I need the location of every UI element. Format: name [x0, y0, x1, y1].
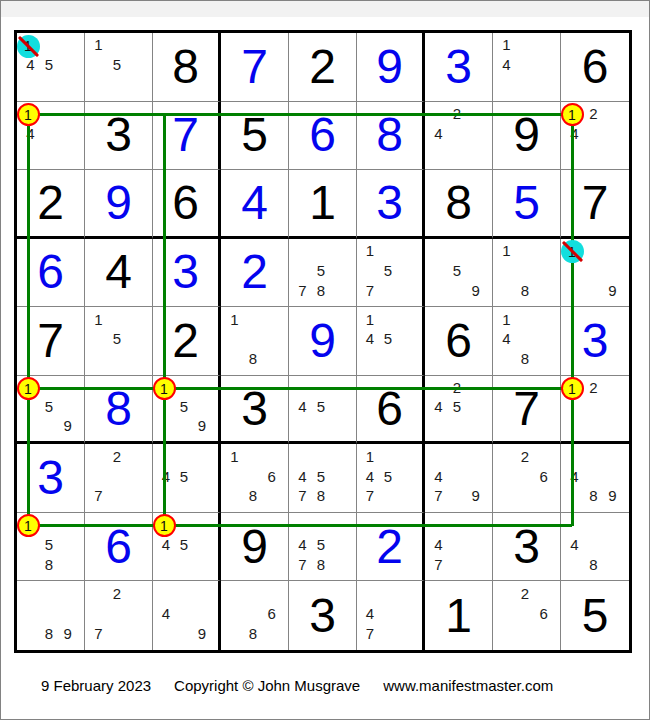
cell-r5c2[interactable]: 15 — [85, 307, 153, 376]
candidate-digit: 6 — [534, 466, 553, 486]
candidate-digit — [397, 280, 415, 300]
candidate-digit — [175, 416, 193, 435]
candidate-digit — [466, 446, 485, 466]
candidate-digit — [108, 604, 127, 624]
candidate-digit — [497, 583, 516, 603]
candidate-digit — [397, 486, 415, 506]
candidate-digit: 1 — [497, 241, 516, 261]
candidate-digit — [584, 143, 603, 163]
candidate-digit — [497, 486, 516, 506]
cell-r6c6[interactable]: 6 — [357, 376, 425, 445]
candidate-digit — [225, 604, 244, 624]
cell-r8c3[interactable]: 45 — [153, 513, 221, 582]
candidate-digit — [565, 555, 584, 575]
candidate-digit: 4 — [157, 535, 175, 555]
cell-value: 2 — [309, 43, 336, 91]
candidate-digit — [466, 416, 485, 435]
candidate-digit — [379, 624, 397, 644]
candidate-digit — [21, 535, 40, 555]
cell-r3c5[interactable]: 1 — [289, 170, 357, 239]
candidate-digit — [534, 75, 553, 95]
candidate-digit — [175, 486, 193, 506]
cell-value: 6 — [309, 111, 336, 159]
cell-r1c6[interactable]: 9 — [357, 33, 425, 102]
cell-r5c1[interactable]: 7 — [17, 307, 85, 376]
candidates: 27 — [85, 444, 152, 512]
cell-r8c1[interactable]: 58 — [17, 513, 85, 582]
cell-r8c2[interactable]: 6 — [85, 513, 153, 582]
candidate-digit — [565, 397, 584, 416]
candidates: 157 — [357, 239, 422, 307]
cell-r7c4[interactable]: 168 — [221, 444, 289, 513]
candidate-digit — [58, 604, 77, 624]
candidate-digit — [21, 143, 40, 163]
candidate-digit: 4 — [565, 466, 584, 486]
cell-r2c8[interactable]: 9 — [493, 102, 561, 171]
candidate-digit — [175, 378, 193, 397]
candidate-digit — [157, 446, 175, 466]
candidate-digit — [262, 624, 281, 644]
candidate-digit — [497, 624, 516, 644]
candidate-digit — [21, 104, 40, 124]
cell-value: 9 — [376, 43, 403, 91]
cell-r7c8[interactable]: 26 — [493, 444, 561, 513]
candidate-digit — [397, 624, 415, 644]
candidate-digit: 4 — [429, 535, 448, 555]
candidate-digit: 1 — [225, 309, 244, 329]
candidate-digit: 1 — [361, 241, 379, 261]
cell-r7c5[interactable]: 4578 — [289, 444, 357, 513]
candidate-digit — [40, 123, 59, 143]
top-band — [1, 1, 649, 17]
candidate-digit: 2 — [108, 446, 127, 466]
cell-r5c4[interactable]: 18 — [221, 307, 289, 376]
cell-r8c6[interactable]: 2 — [357, 513, 425, 582]
candidate-digit: 8 — [584, 555, 603, 575]
cell-r2c7[interactable]: 24 — [425, 102, 493, 171]
candidate-digit: 4 — [293, 466, 312, 486]
cell-value: 5 — [241, 111, 268, 159]
candidate-digit — [108, 75, 127, 95]
candidate-digit: 9 — [193, 416, 211, 435]
candidate-digit: 5 — [448, 261, 467, 281]
candidates: 26 — [493, 581, 560, 650]
sudoku-grid: 4515872931464375682492429641385764325781… — [14, 30, 632, 653]
candidate-digit — [603, 104, 622, 124]
candidates: 47 — [425, 513, 492, 581]
candidates: 2 — [561, 376, 629, 442]
candidate-digit — [225, 466, 244, 486]
candidate-digit — [516, 466, 535, 486]
cell-r7c3[interactable]: 45 — [153, 444, 221, 513]
candidate-digit — [497, 280, 516, 300]
candidates: 18 — [493, 239, 560, 307]
candidate-digit — [58, 555, 77, 575]
candidate-digit: 5 — [312, 397, 331, 416]
candidate-digit — [448, 123, 467, 143]
candidate-digit — [21, 624, 40, 644]
cell-r6c9[interactable]: 2 — [561, 376, 629, 445]
candidate-digit — [448, 555, 467, 575]
cell-r3c7[interactable]: 8 — [425, 170, 493, 239]
candidate-digit — [397, 466, 415, 486]
candidate-digit — [108, 349, 127, 369]
candidate-digit — [603, 535, 622, 555]
cell-value: 6 — [376, 385, 403, 433]
cell-r4c5[interactable]: 578 — [289, 239, 357, 308]
cell-r3c9[interactable]: 7 — [561, 170, 629, 239]
candidates: 15 — [85, 307, 152, 375]
candidate-digit: 7 — [293, 555, 312, 575]
candidates: 4 — [17, 102, 84, 170]
cell-r4c8[interactable]: 18 — [493, 239, 561, 308]
cell-value: 6 — [582, 43, 609, 91]
candidate-digit — [379, 241, 397, 261]
candidate-digit — [312, 446, 331, 466]
candidate-digit: 8 — [312, 280, 331, 300]
candidate-digit — [126, 624, 145, 644]
candidate-digit — [565, 104, 584, 124]
cell-r7c6[interactable]: 1457 — [357, 444, 425, 513]
cell-r8c5[interactable]: 4578 — [289, 513, 357, 582]
candidate-digit: 6 — [262, 604, 281, 624]
candidate-digit — [225, 624, 244, 644]
cell-r1c4[interactable]: 7 — [221, 33, 289, 102]
cell-value: 7 — [513, 385, 540, 433]
cell-value: 9 — [309, 317, 336, 365]
candidate-digit — [516, 55, 535, 75]
candidate-digit — [126, 75, 145, 95]
cell-r2c9[interactable]: 24 — [561, 102, 629, 171]
candidate-digit — [193, 604, 211, 624]
candidate-digit — [40, 104, 59, 124]
cell-value: 8 — [445, 179, 472, 227]
cell-r6c5[interactable]: 45 — [289, 376, 357, 445]
cell-r3c3[interactable]: 6 — [153, 170, 221, 239]
candidates: 45 — [153, 513, 218, 581]
candidate-digit — [397, 349, 415, 369]
cell-r7c9[interactable]: 489 — [561, 444, 629, 513]
candidate-digit: 8 — [312, 486, 331, 506]
candidate-digit — [21, 397, 40, 416]
cell-r3c2[interactable]: 9 — [85, 170, 153, 239]
cell-r4c4[interactable]: 2 — [221, 239, 289, 308]
cell-r1c2[interactable]: 15 — [85, 33, 153, 102]
cell-r4c1[interactable]: 6 — [17, 239, 85, 308]
candidate-digit: 4 — [21, 123, 40, 143]
cell-r5c3[interactable]: 2 — [153, 307, 221, 376]
candidate-digit — [603, 555, 622, 575]
candidates: 59 — [153, 376, 218, 442]
cell-r2c3[interactable]: 7 — [153, 102, 221, 171]
candidate-digit — [534, 55, 553, 75]
candidate-digit — [379, 446, 397, 466]
cell-value: 5 — [582, 592, 609, 640]
cell-value: 4 — [105, 248, 132, 296]
candidate-digit: 5 — [379, 329, 397, 349]
candidate-digit — [21, 416, 40, 435]
candidate-digit — [565, 280, 584, 300]
candidate-digit — [534, 486, 553, 506]
candidate-digit: 9 — [193, 624, 211, 644]
candidate-digit — [466, 535, 485, 555]
candidate-digit: 4 — [293, 535, 312, 555]
cell-r8c4[interactable]: 9 — [221, 513, 289, 582]
candidate-digit — [397, 446, 415, 466]
candidate-digit — [466, 143, 485, 163]
candidate-digit — [21, 604, 40, 624]
candidate-digit — [157, 583, 175, 603]
candidate-digit — [466, 123, 485, 143]
candidate-digit — [126, 35, 145, 55]
candidate-digit — [429, 104, 448, 124]
candidate-digit — [497, 261, 516, 281]
candidate-digit — [429, 416, 448, 435]
candidate-digit — [108, 624, 127, 644]
candidate-digit — [157, 397, 175, 416]
candidate-digit — [126, 329, 145, 349]
candidate-digit: 8 — [40, 555, 59, 575]
candidate-digit — [293, 446, 312, 466]
cell-r1c9[interactable]: 6 — [561, 33, 629, 102]
candidate-digit: 4 — [361, 329, 379, 349]
candidate-digit: 2 — [516, 583, 535, 603]
cell-r4c6[interactable]: 157 — [357, 239, 425, 308]
candidate-digit — [429, 261, 448, 281]
candidate-digit: 2 — [448, 378, 467, 397]
cell-r3c4[interactable]: 4 — [221, 170, 289, 239]
footer-date: 9 February 2023 — [41, 677, 151, 694]
candidate-digit: 1 — [89, 309, 108, 329]
cell-r6c7[interactable]: 245 — [425, 376, 493, 445]
candidate-digit: 5 — [40, 397, 59, 416]
cell-r3c1[interactable]: 2 — [17, 170, 85, 239]
candidate-digit — [108, 486, 127, 506]
candidate-digit — [584, 241, 603, 261]
candidate-digit — [312, 241, 331, 261]
candidate-digit — [534, 35, 553, 55]
cell-r3c6[interactable]: 3 — [357, 170, 425, 239]
candidate-digit — [466, 261, 485, 281]
candidates: 24 — [561, 102, 629, 170]
candidate-digit — [89, 583, 108, 603]
candidate-digit — [175, 515, 193, 535]
candidates: 59 — [425, 239, 492, 307]
candidate-digit: 9 — [466, 486, 485, 506]
candidate-digit — [193, 515, 211, 535]
candidate-digit: 5 — [108, 55, 127, 75]
candidate-digit — [397, 604, 415, 624]
candidate-digit — [244, 604, 263, 624]
candidate-digit: 5 — [312, 535, 331, 555]
candidate-digit — [330, 280, 349, 300]
candidate-digit — [379, 309, 397, 329]
cell-r9c3[interactable]: 49 — [153, 581, 221, 650]
footer-website: www.manifestmaster.com — [383, 677, 553, 694]
cell-r9c1[interactable]: 89 — [17, 581, 85, 650]
candidate-digit — [157, 416, 175, 435]
candidate-digit — [603, 123, 622, 143]
cell-r8c8[interactable]: 3 — [493, 513, 561, 582]
cell-r6c8[interactable]: 7 — [493, 376, 561, 445]
candidate-digit: 5 — [312, 466, 331, 486]
candidate-digit — [21, 75, 40, 95]
cell-r2c1[interactable]: 4 — [17, 102, 85, 171]
cell-r9c8[interactable]: 26 — [493, 581, 561, 650]
cell-r5c5[interactable]: 9 — [289, 307, 357, 376]
candidate-digit: 1 — [361, 309, 379, 329]
cell-value: 3 — [105, 111, 132, 159]
candidate-digit — [466, 241, 485, 261]
cell-value: 2 — [172, 317, 199, 365]
candidate-digit — [448, 515, 467, 535]
candidate-digit: 4 — [361, 466, 379, 486]
candidate-digit — [262, 309, 281, 329]
candidate-digit — [193, 583, 211, 603]
candidate-digit — [244, 466, 263, 486]
candidates: 27 — [85, 581, 152, 650]
cell-r6c4[interactable]: 3 — [221, 376, 289, 445]
cell-value: 7 — [582, 179, 609, 227]
cell-r1c5[interactable]: 2 — [289, 33, 357, 102]
cell-r2c4[interactable]: 5 — [221, 102, 289, 171]
candidate-digit — [293, 378, 312, 397]
cell-r9c5[interactable]: 3 — [289, 581, 357, 650]
candidate-digit: 1 — [361, 446, 379, 466]
cell-r5c6[interactable]: 145 — [357, 307, 425, 376]
cell-r9c6[interactable]: 47 — [357, 581, 425, 650]
candidate-digit: 6 — [534, 604, 553, 624]
candidate-digit — [497, 604, 516, 624]
cell-r2c5[interactable]: 6 — [289, 102, 357, 171]
candidate-digit — [516, 241, 535, 261]
candidate-digit — [397, 583, 415, 603]
candidates: 58 — [17, 513, 84, 581]
cell-r1c3[interactable]: 8 — [153, 33, 221, 102]
cell-r7c1[interactable]: 3 — [17, 444, 85, 513]
candidate-digit — [361, 261, 379, 281]
candidate-digit — [175, 446, 193, 466]
candidate-digit — [429, 143, 448, 163]
candidate-digit — [330, 486, 349, 506]
candidate-digit — [58, 143, 77, 163]
candidate-digit: 2 — [584, 378, 603, 397]
candidate-digit — [225, 329, 244, 349]
candidate-digit — [516, 329, 535, 349]
cell-r4c3[interactable]: 3 — [153, 239, 221, 308]
cell-r8c7[interactable]: 47 — [425, 513, 493, 582]
candidate-digit — [330, 397, 349, 416]
candidates: 15 — [85, 33, 152, 101]
candidate-digit — [58, 35, 77, 55]
cell-value: 2 — [241, 248, 268, 296]
candidate-digit — [603, 515, 622, 535]
cell-r6c2[interactable]: 8 — [85, 376, 153, 445]
candidate-digit: 8 — [516, 280, 535, 300]
cell-r9c2[interactable]: 27 — [85, 581, 153, 650]
cell-r4c2[interactable]: 4 — [85, 239, 153, 308]
candidate-digit — [429, 515, 448, 535]
candidate-digit — [58, 535, 77, 555]
cell-r9c7[interactable]: 1 — [425, 581, 493, 650]
candidate-digit: 2 — [584, 104, 603, 124]
cell-r9c4[interactable]: 68 — [221, 581, 289, 650]
cell-r6c3[interactable]: 59 — [153, 376, 221, 445]
candidate-digit: 8 — [312, 555, 331, 575]
candidate-digit: 7 — [361, 486, 379, 506]
candidate-digit — [175, 555, 193, 575]
cell-r1c8[interactable]: 14 — [493, 33, 561, 102]
candidate-digit — [89, 446, 108, 466]
cell-r3c8[interactable]: 5 — [493, 170, 561, 239]
candidate-digit: 5 — [379, 261, 397, 281]
candidate-digit — [603, 446, 622, 466]
candidate-digit: 5 — [175, 466, 193, 486]
candidate-digit: 1 — [497, 309, 516, 329]
candidate-digit: 4 — [497, 55, 516, 75]
candidate-digit — [603, 466, 622, 486]
cell-r8c9[interactable]: 48 — [561, 513, 629, 582]
cell-r4c7[interactable]: 59 — [425, 239, 493, 308]
candidate-digit — [466, 515, 485, 535]
cell-r5c9[interactable]: 3 — [561, 307, 629, 376]
cell-r9c9[interactable]: 5 — [561, 581, 629, 650]
candidate-digit — [448, 446, 467, 466]
candidate-digit: 5 — [40, 55, 59, 75]
candidate-digit — [448, 535, 467, 555]
cell-value: 8 — [172, 43, 199, 91]
cell-r7c2[interactable]: 27 — [85, 444, 153, 513]
candidate-digit — [58, 123, 77, 143]
candidate-digit — [262, 486, 281, 506]
candidate-digit — [108, 35, 127, 55]
candidates: 245 — [425, 376, 492, 442]
candidate-digit — [534, 309, 553, 329]
cell-r5c7[interactable]: 6 — [425, 307, 493, 376]
candidates: 26 — [493, 444, 560, 512]
cell-r7c7[interactable]: 479 — [425, 444, 493, 513]
candidate-digit — [58, 55, 77, 75]
candidate-digit — [262, 349, 281, 369]
cell-r2c6[interactable]: 8 — [357, 102, 425, 171]
cell-r1c1[interactable]: 45 — [17, 33, 85, 102]
cell-value: 3 — [309, 592, 336, 640]
cell-value: 2 — [37, 179, 64, 227]
candidate-digit — [126, 604, 145, 624]
cell-value: 3 — [445, 43, 472, 91]
candidate-digit — [379, 280, 397, 300]
cell-value: 1 — [445, 592, 472, 640]
candidate-digit — [126, 349, 145, 369]
cell-r2c2[interactable]: 3 — [85, 102, 153, 171]
cell-r5c8[interactable]: 148 — [493, 307, 561, 376]
candidate-digit — [40, 515, 59, 535]
cell-r1c7[interactable]: 3 — [425, 33, 493, 102]
cell-r6c1[interactable]: 59 — [17, 376, 85, 445]
candidates: 89 — [17, 581, 84, 650]
candidate-digit — [534, 329, 553, 349]
cell-r4c9[interactable]: 9 — [561, 239, 629, 308]
candidate-digit — [126, 309, 145, 329]
candidate-digit — [108, 309, 127, 329]
candidate-digit — [21, 378, 40, 397]
candidate-digit: 4 — [565, 535, 584, 555]
candidate-digit — [466, 104, 485, 124]
candidate-digit — [379, 486, 397, 506]
candidate-digit: 7 — [429, 555, 448, 575]
candidate-digit — [497, 446, 516, 466]
cell-value: 3 — [582, 317, 609, 365]
